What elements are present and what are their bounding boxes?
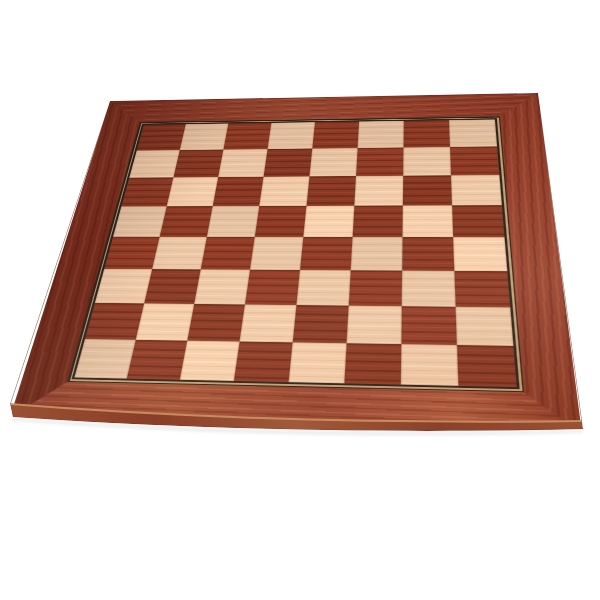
square-d5[interactable] xyxy=(255,206,307,237)
square-e7[interactable] xyxy=(309,148,357,176)
square-e4[interactable] xyxy=(300,237,353,270)
square-d8[interactable] xyxy=(268,122,315,149)
square-c3[interactable] xyxy=(194,269,250,304)
square-e6[interactable] xyxy=(306,176,356,206)
square-h5[interactable] xyxy=(452,205,504,237)
square-a6[interactable] xyxy=(121,177,173,206)
square-g5[interactable] xyxy=(403,205,454,237)
square-c6[interactable] xyxy=(213,177,264,206)
square-h3[interactable] xyxy=(454,271,510,307)
square-b1[interactable] xyxy=(127,340,188,380)
square-a1[interactable] xyxy=(74,339,135,379)
square-b3[interactable] xyxy=(144,269,201,304)
square-a5[interactable] xyxy=(113,206,167,237)
square-b7[interactable] xyxy=(173,150,223,178)
square-f4[interactable] xyxy=(351,237,403,271)
square-h2[interactable] xyxy=(456,307,514,346)
square-h6[interactable] xyxy=(451,175,502,205)
square-c2[interactable] xyxy=(187,304,245,342)
square-g7[interactable] xyxy=(403,147,451,176)
square-e8[interactable] xyxy=(312,121,359,148)
squares-grid xyxy=(74,119,516,387)
square-e2[interactable] xyxy=(293,305,349,343)
square-e3[interactable] xyxy=(296,270,350,306)
square-f1[interactable] xyxy=(344,343,401,384)
square-c4[interactable] xyxy=(201,237,255,270)
square-d2[interactable] xyxy=(240,305,297,343)
square-b8[interactable] xyxy=(180,123,229,150)
square-d6[interactable] xyxy=(259,176,309,206)
square-h1[interactable] xyxy=(457,345,517,387)
square-e5[interactable] xyxy=(303,206,354,237)
square-g2[interactable] xyxy=(401,306,457,345)
square-g4[interactable] xyxy=(402,237,454,271)
square-h4[interactable] xyxy=(453,237,507,271)
square-a4[interactable] xyxy=(104,237,159,269)
square-c7[interactable] xyxy=(218,149,267,177)
square-c5[interactable] xyxy=(207,206,259,237)
square-a7[interactable] xyxy=(129,150,180,178)
square-d7[interactable] xyxy=(264,149,313,177)
square-a2[interactable] xyxy=(85,303,144,340)
square-f6[interactable] xyxy=(354,176,403,206)
square-h8[interactable] xyxy=(449,119,497,147)
square-a3[interactable] xyxy=(95,269,152,304)
square-f3[interactable] xyxy=(349,270,402,306)
square-g3[interactable] xyxy=(402,271,456,307)
square-a8[interactable] xyxy=(137,124,186,150)
square-g1[interactable] xyxy=(401,344,458,386)
square-d3[interactable] xyxy=(245,270,300,305)
square-f5[interactable] xyxy=(353,206,403,238)
square-d4[interactable] xyxy=(250,237,303,270)
square-f2[interactable] xyxy=(347,306,402,345)
product-photo-scene xyxy=(0,0,600,600)
square-c8[interactable] xyxy=(223,123,271,150)
square-b6[interactable] xyxy=(167,177,218,206)
square-b2[interactable] xyxy=(136,303,194,340)
square-f7[interactable] xyxy=(356,148,403,177)
square-b5[interactable] xyxy=(160,206,213,237)
square-h7[interactable] xyxy=(450,146,499,175)
square-f8[interactable] xyxy=(358,121,404,148)
square-c1[interactable] xyxy=(180,341,240,381)
square-g8[interactable] xyxy=(403,120,449,147)
square-d1[interactable] xyxy=(234,342,293,383)
square-g6[interactable] xyxy=(403,175,452,205)
square-b4[interactable] xyxy=(152,237,207,270)
square-e1[interactable] xyxy=(289,342,347,383)
